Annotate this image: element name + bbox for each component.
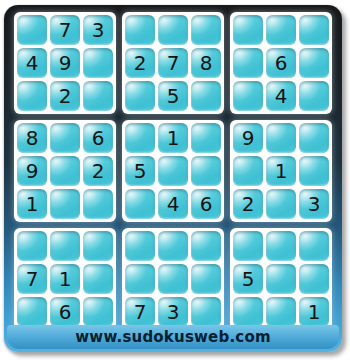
cell-r9c5[interactable]: 3 — [158, 297, 188, 327]
cell-digit: 4 — [167, 194, 180, 214]
cell-r5c4[interactable]: 5 — [125, 156, 155, 186]
cell-r2c3[interactable] — [83, 48, 113, 78]
cell-digit: 9 — [59, 53, 72, 73]
cell-r5c3[interactable]: 2 — [83, 156, 113, 186]
cell-r1c7[interactable] — [233, 15, 263, 45]
cell-r4c5[interactable]: 1 — [158, 123, 188, 153]
cell-r6c1[interactable]: 1 — [17, 189, 47, 219]
cell-digit: 5 — [167, 86, 180, 106]
cell-r6c6[interactable]: 6 — [191, 189, 221, 219]
cell-r6c5[interactable]: 4 — [158, 189, 188, 219]
cell-r8c3[interactable] — [83, 264, 113, 294]
cell-r5c7[interactable] — [233, 156, 263, 186]
cell-r7c2[interactable] — [50, 231, 80, 261]
cell-digit: 9 — [242, 128, 255, 148]
box-1: 73492 — [14, 12, 116, 114]
cell-r9c1[interactable] — [17, 297, 47, 327]
cell-digit: 8 — [26, 128, 39, 148]
cell-r8c9[interactable] — [299, 264, 329, 294]
cell-r7c7[interactable] — [233, 231, 263, 261]
box-4: 86921 — [14, 120, 116, 222]
cell-r7c1[interactable] — [17, 231, 47, 261]
cell-digit: 6 — [59, 302, 72, 322]
cell-r5c9[interactable] — [299, 156, 329, 186]
cell-r2c1[interactable]: 4 — [17, 48, 47, 78]
cell-digit: 4 — [26, 53, 39, 73]
cell-r9c4[interactable]: 7 — [125, 297, 155, 327]
cell-r9c8[interactable] — [266, 297, 296, 327]
cell-digit: 6 — [275, 53, 288, 73]
cell-r8c4[interactable] — [125, 264, 155, 294]
cell-r3c7[interactable] — [233, 81, 263, 111]
footer: www.sudokusweb.com — [7, 325, 339, 349]
cell-r5c1[interactable]: 9 — [17, 156, 47, 186]
box-9: 51 — [230, 228, 332, 330]
cell-digit: 3 — [92, 20, 105, 40]
cell-r8c1[interactable]: 7 — [17, 264, 47, 294]
cell-digit: 1 — [59, 269, 72, 289]
cell-digit: 2 — [59, 86, 72, 106]
cell-digit: 7 — [26, 269, 39, 289]
cell-digit: 8 — [200, 53, 213, 73]
cell-digit: 7 — [134, 302, 147, 322]
cell-r9c7[interactable] — [233, 297, 263, 327]
cell-r7c3[interactable] — [83, 231, 113, 261]
cell-r1c4[interactable] — [125, 15, 155, 45]
site-url-label: www.sudokusweb.com — [75, 328, 270, 346]
cell-r2c9[interactable] — [299, 48, 329, 78]
cell-r3c8[interactable]: 4 — [266, 81, 296, 111]
cell-r8c6[interactable] — [191, 264, 221, 294]
cell-r7c8[interactable] — [266, 231, 296, 261]
cell-r4c4[interactable] — [125, 123, 155, 153]
cell-r4c9[interactable] — [299, 123, 329, 153]
cell-r9c9[interactable]: 1 — [299, 297, 329, 327]
cell-r3c3[interactable] — [83, 81, 113, 111]
cell-r8c2[interactable]: 1 — [50, 264, 80, 294]
cell-r5c6[interactable] — [191, 156, 221, 186]
box-7: 716 — [14, 228, 116, 330]
cell-r3c1[interactable] — [17, 81, 47, 111]
cell-r8c8[interactable] — [266, 264, 296, 294]
cell-r1c3[interactable]: 3 — [83, 15, 113, 45]
cell-r4c8[interactable] — [266, 123, 296, 153]
cell-r2c8[interactable]: 6 — [266, 48, 296, 78]
cell-r6c7[interactable]: 2 — [233, 189, 263, 219]
cell-digit: 2 — [92, 161, 105, 181]
box-6: 9123 — [230, 120, 332, 222]
cell-r5c2[interactable] — [50, 156, 80, 186]
cell-r9c3[interactable] — [83, 297, 113, 327]
cell-digit: 6 — [92, 128, 105, 148]
cell-r1c1[interactable] — [17, 15, 47, 45]
cell-digit: 3 — [308, 194, 321, 214]
cell-r6c9[interactable]: 3 — [299, 189, 329, 219]
cell-r5c5[interactable] — [158, 156, 188, 186]
cell-r6c4[interactable] — [125, 189, 155, 219]
cell-digit: 1 — [167, 128, 180, 148]
cell-digit: 6 — [200, 194, 213, 214]
cell-r2c6[interactable]: 8 — [191, 48, 221, 78]
cell-r2c4[interactable]: 2 — [125, 48, 155, 78]
cell-digit: 1 — [26, 194, 39, 214]
cell-r6c2[interactable] — [50, 189, 80, 219]
cell-digit: 5 — [242, 269, 255, 289]
cell-r3c4[interactable] — [125, 81, 155, 111]
box-5: 1546 — [122, 120, 224, 222]
box-8: 73 — [122, 228, 224, 330]
cell-r5c8[interactable]: 1 — [266, 156, 296, 186]
cell-r4c1[interactable]: 8 — [17, 123, 47, 153]
cell-r2c2[interactable]: 9 — [50, 48, 80, 78]
cell-digit: 9 — [26, 161, 39, 181]
box-2: 2785 — [122, 12, 224, 114]
cell-r1c2[interactable]: 7 — [50, 15, 80, 45]
cell-digit: 5 — [134, 161, 147, 181]
box-3: 64 — [230, 12, 332, 114]
cell-r6c3[interactable] — [83, 189, 113, 219]
cell-r7c9[interactable] — [299, 231, 329, 261]
sudoku-board: 7349227856486921154691237167351 www.sudo… — [4, 5, 342, 352]
cell-digit: 2 — [134, 53, 147, 73]
cell-r2c7[interactable] — [233, 48, 263, 78]
cell-r4c2[interactable] — [50, 123, 80, 153]
cell-r4c6[interactable] — [191, 123, 221, 153]
cell-digit: 1 — [275, 161, 288, 181]
cell-r2c5[interactable]: 7 — [158, 48, 188, 78]
cell-r9c2[interactable]: 6 — [50, 297, 80, 327]
cell-r4c3[interactable]: 6 — [83, 123, 113, 153]
sudoku-grid: 7349227856486921154691237167351 — [14, 12, 332, 330]
cell-r1c6[interactable] — [191, 15, 221, 45]
cell-digit: 7 — [167, 53, 180, 73]
cell-r7c5[interactable] — [158, 231, 188, 261]
cell-digit: 3 — [167, 302, 180, 322]
cell-r3c5[interactable]: 5 — [158, 81, 188, 111]
cell-r6c8[interactable] — [266, 189, 296, 219]
cell-r1c9[interactable] — [299, 15, 329, 45]
cell-r7c4[interactable] — [125, 231, 155, 261]
cell-digit: 1 — [308, 302, 321, 322]
cell-r4c7[interactable]: 9 — [233, 123, 263, 153]
cell-digit: 4 — [275, 86, 288, 106]
cell-r3c9[interactable] — [299, 81, 329, 111]
cell-r9c6[interactable] — [191, 297, 221, 327]
cell-digit: 7 — [59, 20, 72, 40]
cell-r7c6[interactable] — [191, 231, 221, 261]
cell-r3c6[interactable] — [191, 81, 221, 111]
cell-r1c5[interactable] — [158, 15, 188, 45]
cell-digit: 2 — [242, 194, 255, 214]
cell-r3c2[interactable]: 2 — [50, 81, 80, 111]
cell-r8c7[interactable]: 5 — [233, 264, 263, 294]
cell-r1c8[interactable] — [266, 15, 296, 45]
cell-r8c5[interactable] — [158, 264, 188, 294]
